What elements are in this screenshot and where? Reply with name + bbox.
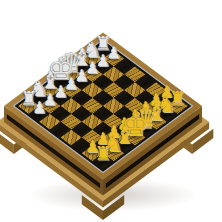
piece-shadow [127,118,143,125]
piece-shadow [106,149,122,156]
piece-shadow [31,94,47,101]
piece-shadow [53,78,69,85]
pieces-layer: ♜♟♟♜♞♟♟♞♝♟♟♝♛♟♟♛♚♟♟♚♝♟♟♝♞♟♟♞♜♟♟♜ [0,0,222,222]
piece-shadow [148,102,164,109]
piece-shadow [95,157,111,164]
piece-shadow [159,94,175,101]
piece-shadow [106,134,122,141]
piece-shadow [74,63,90,70]
piece-shadow [21,102,37,109]
piece-shadow [148,118,164,125]
piece-shadow [31,110,47,117]
piece-shadow [63,86,79,93]
piece-shadow [53,94,69,101]
piece-shadow [159,110,175,117]
piece-shadow [74,78,90,85]
piece-shadow [169,102,185,109]
piece-shadow [42,102,58,109]
piece-shadow [116,126,132,133]
chess-set-photo: ♜♟♟♜♞♟♟♞♝♟♟♝♛♟♟♛♚♟♟♚♝♟♟♝♞♟♟♞♜♟♟♜ [0,0,222,222]
piece-shadow [137,110,153,117]
piece-shadow [84,149,100,156]
piece-shadow [84,55,100,62]
piece-shadow [42,86,58,93]
piece-shadow [95,47,111,54]
piece-shadow [95,63,111,70]
piece-shadow [127,134,143,141]
piece-shadow [95,141,111,148]
piece-shadow [84,70,100,77]
piece-shadow [63,70,79,77]
piece-shadow [106,55,122,62]
piece-shadow [116,141,132,148]
piece-shadow [137,126,153,133]
